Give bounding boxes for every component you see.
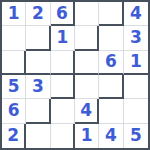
cell-r6c3[interactable] — [51, 124, 75, 148]
cell-r3c1[interactable] — [2, 51, 26, 75]
cell-r1c4[interactable] — [75, 2, 99, 26]
cell-r2c4[interactable] — [75, 26, 99, 50]
cell-r5c5[interactable] — [99, 99, 123, 123]
given-digit: 1 — [8, 5, 20, 22]
cell-r2c6[interactable]: 3 — [124, 26, 148, 50]
cell-r3c2[interactable] — [26, 51, 50, 75]
given-digit: 2 — [7, 127, 19, 144]
given-digit: 3 — [130, 29, 142, 46]
cell-r6c6[interactable]: 5 — [124, 124, 148, 148]
cell-r6c1[interactable]: 2 — [2, 124, 26, 148]
cell-r4c5[interactable] — [99, 75, 123, 99]
cell-r1c2[interactable]: 2 — [26, 2, 50, 26]
cell-r4c4[interactable] — [75, 75, 99, 99]
cell-r2c5[interactable] — [99, 26, 123, 50]
cell-r3c5[interactable]: 6 — [99, 51, 123, 75]
cell-r1c1[interactable]: 1 — [2, 2, 26, 26]
cell-r3c3[interactable] — [51, 51, 75, 75]
cell-r1c5[interactable] — [99, 2, 123, 26]
cell-r3c4[interactable] — [75, 51, 99, 75]
cell-r4c1[interactable]: 5 — [2, 75, 26, 99]
cell-r6c4[interactable]: 1 — [75, 124, 99, 148]
cell-r6c5[interactable]: 4 — [99, 124, 123, 148]
cell-r2c3[interactable]: 1 — [51, 26, 75, 50]
given-digit: 1 — [130, 53, 142, 70]
given-digit: 5 — [130, 127, 142, 144]
cell-r5c2[interactable] — [26, 99, 50, 123]
cell-r2c2[interactable] — [26, 26, 50, 50]
cell-r1c3[interactable]: 6 — [51, 2, 75, 26]
cell-r4c2[interactable]: 3 — [26, 75, 50, 99]
given-digit: 3 — [32, 78, 44, 95]
given-digit: 4 — [130, 5, 142, 22]
cell-r2c1[interactable] — [2, 26, 26, 50]
given-digit: 4 — [80, 102, 92, 119]
given-digit: 1 — [81, 127, 93, 144]
cell-r5c3[interactable] — [51, 99, 75, 123]
cell-r6c2[interactable] — [26, 124, 50, 148]
cell-r5c4[interactable]: 4 — [75, 99, 99, 123]
given-digit: 1 — [56, 29, 68, 46]
cell-r5c1[interactable]: 6 — [2, 99, 26, 123]
cell-r1c6[interactable]: 4 — [124, 2, 148, 26]
given-digit: 5 — [8, 78, 20, 95]
given-digit: 4 — [105, 127, 117, 144]
cell-r5c6[interactable] — [124, 99, 148, 123]
cell-r4c3[interactable] — [51, 75, 75, 99]
cell-r4c6[interactable] — [124, 75, 148, 99]
given-digit: 6 — [105, 53, 117, 70]
sudoku-board: 1264136153642145 — [0, 0, 150, 150]
given-digit: 6 — [8, 102, 20, 119]
given-digit: 6 — [56, 5, 68, 22]
cell-r3c6[interactable]: 1 — [124, 51, 148, 75]
given-digit: 2 — [32, 5, 44, 22]
